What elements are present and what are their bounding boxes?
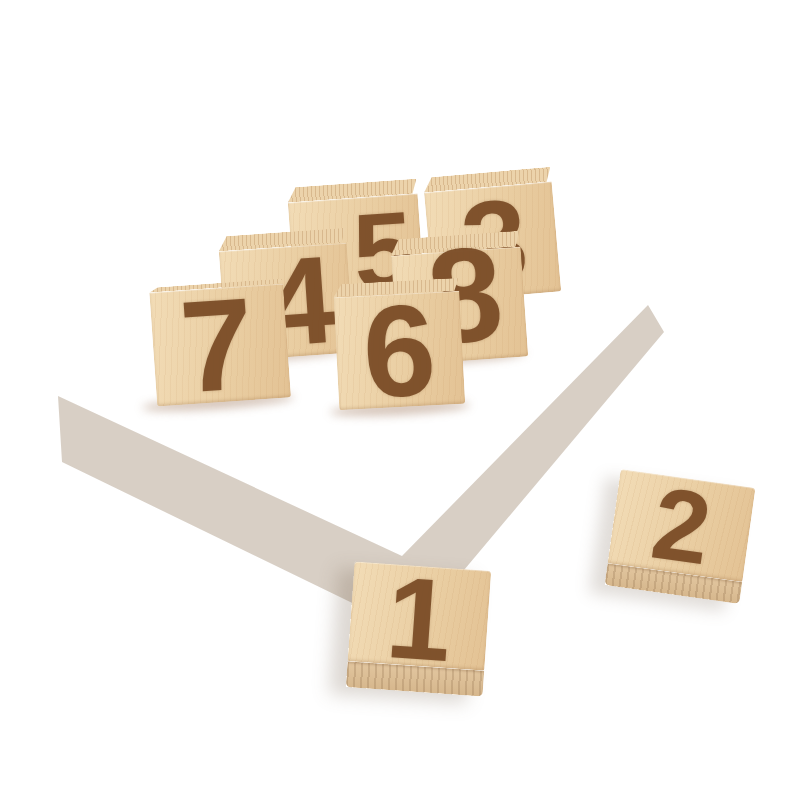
tile-2-number: 2 bbox=[646, 471, 716, 580]
tile-7-face: 7 bbox=[149, 283, 291, 406]
tile-2-face: 2 bbox=[608, 469, 756, 582]
tile-6-face: 6 bbox=[333, 291, 465, 410]
product-photo-scene: 5 3 4 8 7 6 1 bbox=[0, 0, 800, 800]
puzzle-tile-6[interactable]: 6 bbox=[333, 278, 465, 410]
tile-7-number: 7 bbox=[177, 278, 258, 413]
tile-6-number: 6 bbox=[360, 284, 439, 418]
puzzle-tile-1[interactable]: 1 bbox=[346, 561, 491, 696]
tile-1-face: 1 bbox=[348, 561, 492, 670]
puzzle-tile-7[interactable]: 7 bbox=[149, 278, 291, 406]
tile-1-number: 1 bbox=[383, 559, 455, 679]
puzzle-tile-2[interactable]: 2 bbox=[605, 469, 756, 604]
